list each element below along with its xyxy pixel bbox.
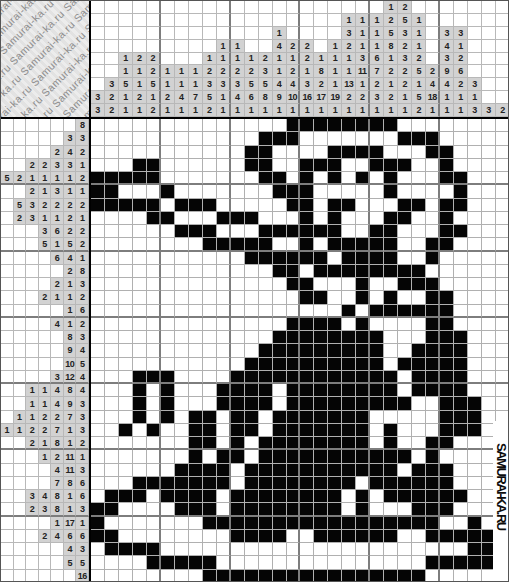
board-cell[interactable] bbox=[440, 225, 454, 238]
board-cell[interactable] bbox=[161, 464, 175, 477]
board-cell[interactable] bbox=[412, 384, 426, 397]
board-cell[interactable] bbox=[245, 252, 259, 265]
board-cell[interactable] bbox=[245, 397, 259, 410]
board-cell[interactable] bbox=[245, 358, 259, 371]
board-cell[interactable] bbox=[440, 490, 454, 503]
board-cell[interactable] bbox=[356, 291, 370, 304]
board-cell[interactable] bbox=[161, 517, 175, 530]
board-cell[interactable] bbox=[412, 570, 426, 582]
board-cell[interactable] bbox=[161, 238, 175, 251]
board-cell[interactable] bbox=[91, 185, 105, 198]
board-cell[interactable] bbox=[370, 278, 384, 291]
board-cell[interactable] bbox=[454, 543, 468, 556]
board-cell[interactable] bbox=[328, 331, 342, 344]
board-cell[interactable] bbox=[273, 397, 287, 410]
board-cell[interactable] bbox=[133, 437, 147, 450]
board-cell[interactable] bbox=[398, 252, 412, 265]
board-cell[interactable] bbox=[133, 305, 147, 318]
board-cell[interactable] bbox=[328, 265, 342, 278]
board-cell[interactable] bbox=[273, 305, 287, 318]
board-cell[interactable] bbox=[314, 278, 328, 291]
board-cell[interactable] bbox=[189, 252, 203, 265]
board-cell[interactable] bbox=[426, 252, 440, 265]
board-cell[interactable] bbox=[454, 278, 468, 291]
board-cell[interactable] bbox=[496, 159, 509, 172]
board-cell[interactable] bbox=[231, 185, 245, 198]
board-cell[interactable] bbox=[440, 199, 454, 212]
board-cell[interactable] bbox=[287, 424, 301, 437]
board-cell[interactable] bbox=[440, 464, 454, 477]
board-cell[interactable] bbox=[147, 384, 161, 397]
board-cell[interactable] bbox=[91, 570, 105, 582]
board-cell[interactable] bbox=[231, 318, 245, 331]
board-cell[interactable] bbox=[342, 318, 356, 331]
board-cell[interactable] bbox=[287, 238, 301, 251]
board-cell[interactable] bbox=[245, 503, 259, 516]
board-cell[interactable] bbox=[356, 344, 370, 357]
board-cell[interactable] bbox=[370, 291, 384, 304]
board-cell[interactable] bbox=[259, 331, 273, 344]
board-cell[interactable] bbox=[245, 278, 259, 291]
board-cell[interactable] bbox=[398, 212, 412, 225]
board-cell[interactable] bbox=[426, 503, 440, 516]
board-cell[interactable] bbox=[259, 278, 273, 291]
board-cell[interactable] bbox=[161, 397, 175, 410]
board-cell[interactable] bbox=[356, 265, 370, 278]
board-cell[interactable] bbox=[328, 411, 342, 424]
board-cell[interactable] bbox=[175, 199, 189, 212]
board-cell[interactable] bbox=[398, 119, 412, 132]
board-cell[interactable] bbox=[119, 477, 133, 490]
board-cell[interactable] bbox=[496, 146, 509, 159]
board-cell[interactable] bbox=[356, 556, 370, 569]
board-cell[interactable] bbox=[300, 331, 314, 344]
board-cell[interactable] bbox=[496, 132, 509, 145]
board-cell[interactable] bbox=[356, 490, 370, 503]
board-cell[interactable] bbox=[482, 199, 496, 212]
board-cell[interactable] bbox=[342, 331, 356, 344]
board-cell[interactable] bbox=[328, 305, 342, 318]
board-cell[interactable] bbox=[384, 464, 398, 477]
board-cell[interactable] bbox=[259, 437, 273, 450]
board-cell[interactable] bbox=[384, 318, 398, 331]
board-cell[interactable] bbox=[370, 172, 384, 185]
board-cell[interactable] bbox=[91, 159, 105, 172]
board-cell[interactable] bbox=[440, 477, 454, 490]
board-cell[interactable] bbox=[426, 331, 440, 344]
board-cell[interactable] bbox=[175, 265, 189, 278]
board-cell[interactable] bbox=[342, 159, 356, 172]
board-cell[interactable] bbox=[468, 490, 482, 503]
board-cell[interactable] bbox=[147, 291, 161, 304]
board-cell[interactable] bbox=[217, 185, 231, 198]
board-cell[interactable] bbox=[245, 437, 259, 450]
board-cell[interactable] bbox=[454, 424, 468, 437]
board-cell[interactable] bbox=[175, 543, 189, 556]
board-cell[interactable] bbox=[398, 424, 412, 437]
board-cell[interactable] bbox=[398, 199, 412, 212]
board-cell[interactable] bbox=[119, 291, 133, 304]
board-cell[interactable] bbox=[384, 477, 398, 490]
board-cell[interactable] bbox=[440, 291, 454, 304]
board-cell[interactable] bbox=[161, 172, 175, 185]
board-cell[interactable] bbox=[454, 238, 468, 251]
board-cell[interactable] bbox=[328, 437, 342, 450]
board-cell[interactable] bbox=[440, 530, 454, 543]
board-cell[interactable] bbox=[105, 265, 119, 278]
board-cell[interactable] bbox=[398, 146, 412, 159]
board-cell[interactable] bbox=[105, 543, 119, 556]
board-cell[interactable] bbox=[175, 252, 189, 265]
board-cell[interactable] bbox=[412, 146, 426, 159]
board-cell[interactable] bbox=[231, 411, 245, 424]
board-cell[interactable] bbox=[412, 159, 426, 172]
board-cell[interactable] bbox=[175, 530, 189, 543]
board-cell[interactable] bbox=[440, 344, 454, 357]
board-cell[interactable] bbox=[342, 199, 356, 212]
board-cell[interactable] bbox=[231, 530, 245, 543]
board-cell[interactable] bbox=[300, 556, 314, 569]
board-cell[interactable] bbox=[370, 371, 384, 384]
board-cell[interactable] bbox=[384, 291, 398, 304]
board-cell[interactable] bbox=[273, 278, 287, 291]
board-cell[interactable] bbox=[231, 371, 245, 384]
board-cell[interactable] bbox=[468, 464, 482, 477]
board-cell[interactable] bbox=[454, 570, 468, 582]
board-cell[interactable] bbox=[482, 172, 496, 185]
board-cell[interactable] bbox=[384, 543, 398, 556]
board-cell[interactable] bbox=[426, 437, 440, 450]
board-cell[interactable] bbox=[161, 212, 175, 225]
board-cell[interactable] bbox=[147, 517, 161, 530]
board-cell[interactable] bbox=[259, 556, 273, 569]
board-cell[interactable] bbox=[147, 530, 161, 543]
board-cell[interactable] bbox=[440, 318, 454, 331]
board-cell[interactable] bbox=[454, 358, 468, 371]
board-cell[interactable] bbox=[398, 132, 412, 145]
board-cell[interactable] bbox=[119, 238, 133, 251]
board-cell[interactable] bbox=[384, 212, 398, 225]
board-cell[interactable] bbox=[147, 172, 161, 185]
board-cell[interactable] bbox=[356, 278, 370, 291]
board-cell[interactable] bbox=[412, 437, 426, 450]
board-cell[interactable] bbox=[189, 517, 203, 530]
board-cell[interactable] bbox=[147, 570, 161, 582]
board-cell[interactable] bbox=[384, 556, 398, 569]
board-cell[interactable] bbox=[217, 159, 231, 172]
board-cell[interactable] bbox=[370, 437, 384, 450]
board-cell[interactable] bbox=[189, 397, 203, 410]
board-cell[interactable] bbox=[412, 490, 426, 503]
board-cell[interactable] bbox=[370, 384, 384, 397]
board-cell[interactable] bbox=[287, 291, 301, 304]
board-cell[interactable] bbox=[287, 119, 301, 132]
board-cell[interactable] bbox=[91, 358, 105, 371]
board-cell[interactable] bbox=[175, 331, 189, 344]
board-cell[interactable] bbox=[161, 199, 175, 212]
board-cell[interactable] bbox=[496, 371, 509, 384]
board-cell[interactable] bbox=[259, 490, 273, 503]
board-cell[interactable] bbox=[440, 119, 454, 132]
board-cell[interactable] bbox=[314, 371, 328, 384]
board-cell[interactable] bbox=[231, 556, 245, 569]
board-cell[interactable] bbox=[468, 331, 482, 344]
board-cell[interactable] bbox=[482, 291, 496, 304]
board-cell[interactable] bbox=[328, 132, 342, 145]
board-cell[interactable] bbox=[328, 450, 342, 463]
board-cell[interactable] bbox=[300, 344, 314, 357]
board-cell[interactable] bbox=[273, 543, 287, 556]
board-cell[interactable] bbox=[119, 397, 133, 410]
board-cell[interactable] bbox=[496, 397, 509, 410]
board-cell[interactable] bbox=[217, 318, 231, 331]
board-cell[interactable] bbox=[273, 291, 287, 304]
board-cell[interactable] bbox=[133, 397, 147, 410]
board-cell[interactable] bbox=[412, 265, 426, 278]
board-cell[interactable] bbox=[175, 570, 189, 582]
board-cell[interactable] bbox=[412, 464, 426, 477]
board-cell[interactable] bbox=[119, 490, 133, 503]
board-cell[interactable] bbox=[328, 238, 342, 251]
board-cell[interactable] bbox=[189, 291, 203, 304]
board-cell[interactable] bbox=[119, 358, 133, 371]
board-cell[interactable] bbox=[189, 172, 203, 185]
board-cell[interactable] bbox=[412, 411, 426, 424]
board-cell[interactable] bbox=[398, 265, 412, 278]
board-cell[interactable] bbox=[314, 464, 328, 477]
board-cell[interactable] bbox=[468, 344, 482, 357]
board-cell[interactable] bbox=[454, 530, 468, 543]
board-cell[interactable] bbox=[468, 278, 482, 291]
board-cell[interactable] bbox=[454, 490, 468, 503]
board-cell[interactable] bbox=[496, 331, 509, 344]
board-cell[interactable] bbox=[175, 146, 189, 159]
board-cell[interactable] bbox=[314, 424, 328, 437]
board-cell[interactable] bbox=[119, 252, 133, 265]
board-cell[interactable] bbox=[300, 517, 314, 530]
board-cell[interactable] bbox=[273, 411, 287, 424]
board-cell[interactable] bbox=[175, 424, 189, 437]
board-cell[interactable] bbox=[259, 132, 273, 145]
board-cell[interactable] bbox=[356, 411, 370, 424]
board-cell[interactable] bbox=[175, 132, 189, 145]
board-cell[interactable] bbox=[370, 450, 384, 463]
board-cell[interactable] bbox=[161, 225, 175, 238]
board-cell[interactable] bbox=[482, 185, 496, 198]
board-cell[interactable] bbox=[147, 371, 161, 384]
board-cell[interactable] bbox=[314, 318, 328, 331]
board-cell[interactable] bbox=[147, 437, 161, 450]
board-cell[interactable] bbox=[91, 278, 105, 291]
board-cell[interactable] bbox=[133, 477, 147, 490]
board-cell[interactable] bbox=[287, 437, 301, 450]
board-cell[interactable] bbox=[105, 331, 119, 344]
board-cell[interactable] bbox=[468, 397, 482, 410]
board-cell[interactable] bbox=[273, 503, 287, 516]
board-cell[interactable] bbox=[189, 185, 203, 198]
board-cell[interactable] bbox=[245, 570, 259, 582]
board-cell[interactable] bbox=[175, 490, 189, 503]
board-cell[interactable] bbox=[147, 252, 161, 265]
board-cell[interactable] bbox=[231, 450, 245, 463]
board-cell[interactable] bbox=[440, 543, 454, 556]
board-cell[interactable] bbox=[384, 172, 398, 185]
board-cell[interactable] bbox=[426, 212, 440, 225]
board-cell[interactable] bbox=[203, 503, 217, 516]
board-cell[interactable] bbox=[342, 238, 356, 251]
board-cell[interactable] bbox=[412, 172, 426, 185]
board-cell[interactable] bbox=[384, 238, 398, 251]
board-cell[interactable] bbox=[314, 503, 328, 516]
board-cell[interactable] bbox=[91, 146, 105, 159]
board-cell[interactable] bbox=[314, 411, 328, 424]
board-cell[interactable] bbox=[231, 199, 245, 212]
board-cell[interactable] bbox=[440, 371, 454, 384]
board-cell[interactable] bbox=[356, 371, 370, 384]
board-cell[interactable] bbox=[384, 119, 398, 132]
board-cell[interactable] bbox=[105, 570, 119, 582]
board-cell[interactable] bbox=[189, 384, 203, 397]
board-cell[interactable] bbox=[328, 344, 342, 357]
board-cell[interactable] bbox=[161, 477, 175, 490]
board-cell[interactable] bbox=[398, 411, 412, 424]
board-cell[interactable] bbox=[468, 424, 482, 437]
board-cell[interactable] bbox=[189, 318, 203, 331]
board-cell[interactable] bbox=[105, 503, 119, 516]
board-cell[interactable] bbox=[161, 490, 175, 503]
board-cell[interactable] bbox=[91, 397, 105, 410]
board-cell[interactable] bbox=[328, 119, 342, 132]
board-cell[interactable] bbox=[356, 238, 370, 251]
board-cell[interactable] bbox=[105, 358, 119, 371]
board-cell[interactable] bbox=[231, 132, 245, 145]
board-cell[interactable] bbox=[384, 371, 398, 384]
board-cell[interactable] bbox=[147, 503, 161, 516]
board-cell[interactable] bbox=[119, 305, 133, 318]
board-cell[interactable] bbox=[217, 556, 231, 569]
board-cell[interactable] bbox=[161, 503, 175, 516]
board-cell[interactable] bbox=[398, 503, 412, 516]
board-cell[interactable] bbox=[245, 185, 259, 198]
board-cell[interactable] bbox=[245, 146, 259, 159]
board-cell[interactable] bbox=[398, 371, 412, 384]
board-cell[interactable] bbox=[147, 199, 161, 212]
board-cell[interactable] bbox=[203, 331, 217, 344]
board-cell[interactable] bbox=[384, 570, 398, 582]
board-cell[interactable] bbox=[217, 437, 231, 450]
board-cell[interactable] bbox=[133, 503, 147, 516]
board-cell[interactable] bbox=[496, 344, 509, 357]
board-cell[interactable] bbox=[384, 278, 398, 291]
board-cell[interactable] bbox=[259, 185, 273, 198]
board-cell[interactable] bbox=[468, 570, 482, 582]
board-cell[interactable] bbox=[287, 305, 301, 318]
board-cell[interactable] bbox=[398, 517, 412, 530]
board-cell[interactable] bbox=[119, 119, 133, 132]
board-cell[interactable] bbox=[496, 225, 509, 238]
board-cell[interactable] bbox=[287, 199, 301, 212]
board-cell[interactable] bbox=[273, 517, 287, 530]
board-cell[interactable] bbox=[217, 252, 231, 265]
board-cell[interactable] bbox=[384, 132, 398, 145]
board-cell[interactable] bbox=[314, 556, 328, 569]
board-cell[interactable] bbox=[245, 411, 259, 424]
board-cell[interactable] bbox=[496, 384, 509, 397]
board-cell[interactable] bbox=[161, 358, 175, 371]
board-cell[interactable] bbox=[356, 252, 370, 265]
board-cell[interactable] bbox=[203, 318, 217, 331]
board-cell[interactable] bbox=[259, 291, 273, 304]
board-cell[interactable] bbox=[356, 146, 370, 159]
board-cell[interactable] bbox=[426, 344, 440, 357]
board-cell[interactable] bbox=[217, 265, 231, 278]
board-cell[interactable] bbox=[259, 358, 273, 371]
board-cell[interactable] bbox=[412, 132, 426, 145]
board-cell[interactable] bbox=[454, 132, 468, 145]
board-cell[interactable] bbox=[203, 384, 217, 397]
board-cell[interactable] bbox=[314, 185, 328, 198]
board-cell[interactable] bbox=[91, 199, 105, 212]
board-cell[interactable] bbox=[412, 238, 426, 251]
board-cell[interactable] bbox=[356, 199, 370, 212]
board-cell[interactable] bbox=[133, 172, 147, 185]
board-cell[interactable] bbox=[189, 477, 203, 490]
board-cell[interactable] bbox=[203, 556, 217, 569]
board-cell[interactable] bbox=[468, 477, 482, 490]
board-cell[interactable] bbox=[217, 291, 231, 304]
board-cell[interactable] bbox=[426, 384, 440, 397]
board-cell[interactable] bbox=[440, 424, 454, 437]
board-cell[interactable] bbox=[356, 477, 370, 490]
board-cell[interactable] bbox=[384, 530, 398, 543]
board-cell[interactable] bbox=[189, 490, 203, 503]
board-cell[interactable] bbox=[231, 212, 245, 225]
board-cell[interactable] bbox=[314, 543, 328, 556]
board-cell[interactable] bbox=[342, 397, 356, 410]
board-cell[interactable] bbox=[426, 185, 440, 198]
board-cell[interactable] bbox=[496, 185, 509, 198]
board-cell[interactable] bbox=[384, 490, 398, 503]
board-cell[interactable] bbox=[440, 132, 454, 145]
board-cell[interactable] bbox=[384, 185, 398, 198]
board-cell[interactable] bbox=[217, 212, 231, 225]
board-cell[interactable] bbox=[105, 172, 119, 185]
board-cell[interactable] bbox=[356, 119, 370, 132]
board-cell[interactable] bbox=[454, 384, 468, 397]
board-cell[interactable] bbox=[328, 517, 342, 530]
board-cell[interactable] bbox=[454, 291, 468, 304]
board-cell[interactable] bbox=[426, 225, 440, 238]
board-cell[interactable] bbox=[398, 477, 412, 490]
board-cell[interactable] bbox=[133, 252, 147, 265]
board-cell[interactable] bbox=[370, 119, 384, 132]
board-cell[interactable] bbox=[342, 291, 356, 304]
board-cell[interactable] bbox=[454, 411, 468, 424]
board-cell[interactable] bbox=[91, 291, 105, 304]
board-cell[interactable] bbox=[328, 146, 342, 159]
board-cell[interactable] bbox=[426, 238, 440, 251]
board-cell[interactable] bbox=[426, 556, 440, 569]
board-cell[interactable] bbox=[384, 397, 398, 410]
board-cell[interactable] bbox=[147, 464, 161, 477]
board-cell[interactable] bbox=[454, 503, 468, 516]
board-cell[interactable] bbox=[273, 225, 287, 238]
board-cell[interactable] bbox=[273, 490, 287, 503]
board-cell[interactable] bbox=[161, 543, 175, 556]
board-cell[interactable] bbox=[356, 424, 370, 437]
board-cell[interactable] bbox=[231, 477, 245, 490]
board-cell[interactable] bbox=[314, 305, 328, 318]
